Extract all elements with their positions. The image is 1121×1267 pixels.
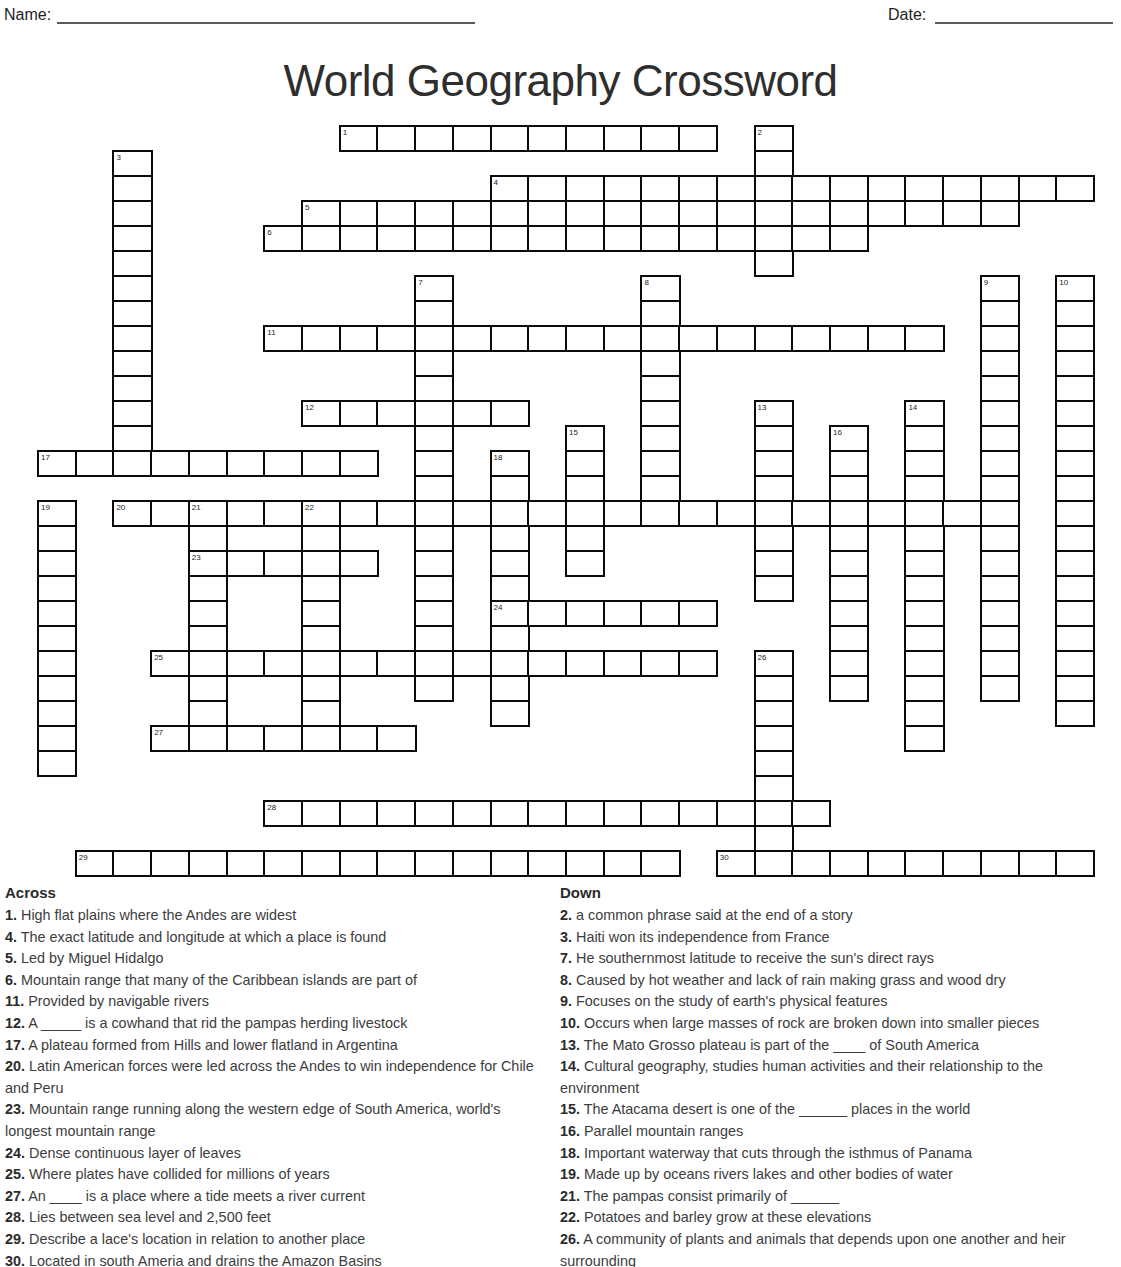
grid-cell-r16c25[interactable]: [980, 525, 1020, 552]
grid-cell-r3c14[interactable]: [565, 200, 605, 227]
grid-cell-r17c23[interactable]: [904, 550, 944, 577]
grid-cell-r15c2[interactable]: 20: [112, 500, 152, 527]
grid-cell-r29c1[interactable]: 29: [75, 850, 115, 877]
grid-cell-r5c2[interactable]: [112, 250, 152, 277]
grid-cell-r3c17[interactable]: [678, 200, 718, 227]
grid-cell-r0c17[interactable]: [678, 125, 718, 152]
grid-cell-r4c16[interactable]: [640, 225, 680, 252]
grid-cell-r8c16[interactable]: [640, 325, 680, 352]
grid-cell-r7c25[interactable]: [980, 300, 1020, 327]
grid-cell-r20c7[interactable]: [301, 625, 341, 652]
grid-cell-r15c15[interactable]: [603, 500, 643, 527]
grid-cell-r21c3[interactable]: 25: [150, 650, 190, 677]
grid-cell-r15c9[interactable]: [376, 500, 416, 527]
grid-cell-r2c22[interactable]: [867, 175, 907, 202]
grid-cell-r8c25[interactable]: [980, 325, 1020, 352]
grid-cell-r11c12[interactable]: [490, 400, 530, 427]
grid-cell-r29c8[interactable]: [339, 850, 379, 877]
grid-cell-r6c27[interactable]: 10: [1055, 275, 1095, 302]
grid-cell-r3c9[interactable]: [376, 200, 416, 227]
grid-cell-r19c0[interactable]: [37, 600, 77, 627]
grid-cell-r19c10[interactable]: [414, 600, 454, 627]
grid-cell-r24c4[interactable]: [188, 725, 228, 752]
grid-cell-r3c20[interactable]: [791, 200, 831, 227]
grid-cell-r22c10[interactable]: [414, 675, 454, 702]
grid-cell-r29c12[interactable]: [490, 850, 530, 877]
grid-cell-r4c19[interactable]: [754, 225, 794, 252]
grid-cell-r10c10[interactable]: [414, 375, 454, 402]
grid-cell-r29c9[interactable]: [376, 850, 416, 877]
grid-cell-r22c19[interactable]: [754, 675, 794, 702]
grid-cell-r12c21[interactable]: 16: [829, 425, 869, 452]
grid-cell-r23c4[interactable]: [188, 700, 228, 727]
grid-cell-r21c4[interactable]: [188, 650, 228, 677]
grid-cell-r19c14[interactable]: [565, 600, 605, 627]
grid-cell-r0c15[interactable]: [603, 125, 643, 152]
grid-cell-r8c17[interactable]: [678, 325, 718, 352]
grid-cell-r15c18[interactable]: [716, 500, 756, 527]
grid-cell-r15c16[interactable]: [640, 500, 680, 527]
grid-cell-r29c19[interactable]: [754, 850, 794, 877]
grid-cell-r13c25[interactable]: [980, 450, 1020, 477]
grid-cell-r21c17[interactable]: [678, 650, 718, 677]
grid-cell-r17c5[interactable]: [226, 550, 266, 577]
grid-cell-r18c21[interactable]: [829, 575, 869, 602]
grid-cell-r13c3[interactable]: [150, 450, 190, 477]
grid-cell-r8c12[interactable]: [490, 325, 530, 352]
grid-cell-r8c13[interactable]: [527, 325, 567, 352]
grid-cell-r18c7[interactable]: [301, 575, 341, 602]
grid-cell-r8c22[interactable]: [867, 325, 907, 352]
grid-cell-r21c16[interactable]: [640, 650, 680, 677]
grid-cell-r15c25[interactable]: [980, 500, 1020, 527]
grid-cell-r0c11[interactable]: [452, 125, 492, 152]
grid-cell-r2c12[interactable]: 4: [490, 175, 530, 202]
grid-cell-r0c19[interactable]: 2: [754, 125, 794, 152]
grid-cell-r15c24[interactable]: [942, 500, 982, 527]
grid-cell-r17c6[interactable]: [263, 550, 303, 577]
grid-cell-r15c17[interactable]: [678, 500, 718, 527]
grid-cell-r0c16[interactable]: [640, 125, 680, 152]
grid-cell-r29c21[interactable]: [829, 850, 869, 877]
grid-cell-r4c10[interactable]: [414, 225, 454, 252]
grid-cell-r29c24[interactable]: [942, 850, 982, 877]
grid-cell-r15c22[interactable]: [867, 500, 907, 527]
grid-cell-r7c16[interactable]: [640, 300, 680, 327]
grid-cell-r3c13[interactable]: [527, 200, 567, 227]
grid-cell-r10c25[interactable]: [980, 375, 1020, 402]
grid-cell-r21c0[interactable]: [37, 650, 77, 677]
grid-cell-r14c27[interactable]: [1055, 475, 1095, 502]
grid-cell-r21c10[interactable]: [414, 650, 454, 677]
grid-cell-r29c4[interactable]: [188, 850, 228, 877]
grid-cell-r0c13[interactable]: [527, 125, 567, 152]
grid-cell-r2c14[interactable]: [565, 175, 605, 202]
grid-cell-r13c10[interactable]: [414, 450, 454, 477]
grid-cell-r17c21[interactable]: [829, 550, 869, 577]
grid-cell-r13c19[interactable]: [754, 450, 794, 477]
grid-cell-r19c21[interactable]: [829, 600, 869, 627]
grid-cell-r9c16[interactable]: [640, 350, 680, 377]
grid-cell-r26c19[interactable]: [754, 775, 794, 802]
grid-cell-r13c2[interactable]: [112, 450, 152, 477]
grid-cell-r19c25[interactable]: [980, 600, 1020, 627]
grid-cell-r6c25[interactable]: 9: [980, 275, 1020, 302]
grid-cell-r21c27[interactable]: [1055, 650, 1095, 677]
grid-cell-r0c10[interactable]: [414, 125, 454, 152]
grid-cell-r24c0[interactable]: [37, 725, 77, 752]
grid-cell-r21c19[interactable]: 26: [754, 650, 794, 677]
grid-cell-r29c22[interactable]: [867, 850, 907, 877]
grid-cell-r27c11[interactable]: [452, 800, 492, 827]
grid-cell-r4c13[interactable]: [527, 225, 567, 252]
grid-cell-r19c4[interactable]: [188, 600, 228, 627]
grid-cell-r8c18[interactable]: [716, 325, 756, 352]
grid-cell-r3c18[interactable]: [716, 200, 756, 227]
grid-cell-r7c2[interactable]: [112, 300, 152, 327]
grid-cell-r0c14[interactable]: [565, 125, 605, 152]
grid-cell-r4c17[interactable]: [678, 225, 718, 252]
grid-cell-r15c3[interactable]: [150, 500, 190, 527]
grid-cell-r11c10[interactable]: [414, 400, 454, 427]
grid-cell-r13c23[interactable]: [904, 450, 944, 477]
grid-cell-r17c19[interactable]: [754, 550, 794, 577]
grid-cell-r8c11[interactable]: [452, 325, 492, 352]
grid-cell-r15c0[interactable]: 19: [37, 500, 77, 527]
grid-cell-r27c18[interactable]: [716, 800, 756, 827]
grid-cell-r2c24[interactable]: [942, 175, 982, 202]
grid-cell-r27c20[interactable]: [791, 800, 831, 827]
grid-cell-r16c19[interactable]: [754, 525, 794, 552]
grid-cell-r2c18[interactable]: [716, 175, 756, 202]
grid-cell-r24c19[interactable]: [754, 725, 794, 752]
grid-cell-r2c15[interactable]: [603, 175, 643, 202]
grid-cell-r18c0[interactable]: [37, 575, 77, 602]
grid-cell-r21c25[interactable]: [980, 650, 1020, 677]
grid-cell-r15c13[interactable]: [527, 500, 567, 527]
grid-cell-r11c9[interactable]: [376, 400, 416, 427]
grid-cell-r27c14[interactable]: [565, 800, 605, 827]
grid-cell-r3c15[interactable]: [603, 200, 643, 227]
grid-cell-r22c0[interactable]: [37, 675, 77, 702]
grid-cell-r15c10[interactable]: [414, 500, 454, 527]
grid-cell-r11c27[interactable]: [1055, 400, 1095, 427]
grid-cell-r0c9[interactable]: [376, 125, 416, 152]
grid-cell-r29c7[interactable]: [301, 850, 341, 877]
grid-cell-r3c11[interactable]: [452, 200, 492, 227]
grid-cell-r27c15[interactable]: [603, 800, 643, 827]
grid-cell-r5c19[interactable]: [754, 250, 794, 277]
grid-cell-r19c16[interactable]: [640, 600, 680, 627]
grid-cell-r20c23[interactable]: [904, 625, 944, 652]
grid-cell-r11c2[interactable]: [112, 400, 152, 427]
grid-cell-r29c20[interactable]: [791, 850, 831, 877]
grid-cell-r22c4[interactable]: [188, 675, 228, 702]
grid-cell-r24c6[interactable]: [263, 725, 303, 752]
grid-cell-r12c25[interactable]: [980, 425, 1020, 452]
grid-cell-r13c6[interactable]: [263, 450, 303, 477]
grid-cell-r7c10[interactable]: [414, 300, 454, 327]
grid-cell-r8c2[interactable]: [112, 325, 152, 352]
grid-cell-r18c4[interactable]: [188, 575, 228, 602]
grid-cell-r16c21[interactable]: [829, 525, 869, 552]
grid-cell-r11c8[interactable]: [339, 400, 379, 427]
grid-cell-r20c25[interactable]: [980, 625, 1020, 652]
grid-cell-r7c27[interactable]: [1055, 300, 1095, 327]
grid-cell-r21c8[interactable]: [339, 650, 379, 677]
grid-cell-r15c19[interactable]: [754, 500, 794, 527]
grid-cell-r13c12[interactable]: 18: [490, 450, 530, 477]
grid-cell-r6c2[interactable]: [112, 275, 152, 302]
grid-cell-r29c23[interactable]: [904, 850, 944, 877]
grid-cell-r12c2[interactable]: [112, 425, 152, 452]
grid-cell-r3c16[interactable]: [640, 200, 680, 227]
grid-cell-r16c7[interactable]: [301, 525, 341, 552]
grid-cell-r19c15[interactable]: [603, 600, 643, 627]
grid-cell-r12c14[interactable]: 15: [565, 425, 605, 452]
grid-cell-r13c0[interactable]: 17: [37, 450, 77, 477]
grid-cell-r18c10[interactable]: [414, 575, 454, 602]
grid-cell-r29c26[interactable]: [1018, 850, 1058, 877]
grid-cell-r4c9[interactable]: [376, 225, 416, 252]
grid-cell-r18c25[interactable]: [980, 575, 1020, 602]
grid-cell-r24c7[interactable]: [301, 725, 341, 752]
grid-cell-r17c25[interactable]: [980, 550, 1020, 577]
grid-cell-r11c7[interactable]: 12: [301, 400, 341, 427]
grid-cell-r14c14[interactable]: [565, 475, 605, 502]
grid-cell-r14c12[interactable]: [490, 475, 530, 502]
grid-cell-r27c10[interactable]: [414, 800, 454, 827]
grid-cell-r13c27[interactable]: [1055, 450, 1095, 477]
grid-cell-r6c10[interactable]: 7: [414, 275, 454, 302]
grid-cell-r17c12[interactable]: [490, 550, 530, 577]
grid-cell-r9c25[interactable]: [980, 350, 1020, 377]
grid-cell-r21c9[interactable]: [376, 650, 416, 677]
grid-cell-r8c7[interactable]: [301, 325, 341, 352]
grid-cell-r23c0[interactable]: [37, 700, 77, 727]
grid-cell-r2c16[interactable]: [640, 175, 680, 202]
grid-cell-r2c2[interactable]: [112, 175, 152, 202]
grid-cell-r29c25[interactable]: [980, 850, 1020, 877]
grid-cell-r2c20[interactable]: [791, 175, 831, 202]
grid-cell-r2c13[interactable]: [527, 175, 567, 202]
grid-cell-r24c3[interactable]: 27: [150, 725, 190, 752]
grid-cell-r9c2[interactable]: [112, 350, 152, 377]
grid-cell-r17c27[interactable]: [1055, 550, 1095, 577]
grid-cell-r3c8[interactable]: [339, 200, 379, 227]
grid-cell-r0c8[interactable]: 1: [339, 125, 379, 152]
grid-cell-r25c0[interactable]: [37, 750, 77, 777]
grid-cell-r4c12[interactable]: [490, 225, 530, 252]
grid-cell-r13c16[interactable]: [640, 450, 680, 477]
grid-cell-r12c19[interactable]: [754, 425, 794, 452]
grid-cell-r14c21[interactable]: [829, 475, 869, 502]
grid-cell-r4c21[interactable]: [829, 225, 869, 252]
grid-cell-r27c13[interactable]: [527, 800, 567, 827]
grid-cell-r13c7[interactable]: [301, 450, 341, 477]
grid-cell-r2c17[interactable]: [678, 175, 718, 202]
grid-cell-r23c12[interactable]: [490, 700, 530, 727]
grid-cell-r3c12[interactable]: [490, 200, 530, 227]
grid-cell-r2c23[interactable]: [904, 175, 944, 202]
grid-cell-r27c17[interactable]: [678, 800, 718, 827]
grid-cell-r29c15[interactable]: [603, 850, 643, 877]
grid-cell-r29c13[interactable]: [527, 850, 567, 877]
grid-cell-r14c16[interactable]: [640, 475, 680, 502]
grid-cell-r16c0[interactable]: [37, 525, 77, 552]
grid-cell-r24c23[interactable]: [904, 725, 944, 752]
grid-cell-r8c19[interactable]: [754, 325, 794, 352]
grid-cell-r27c16[interactable]: [640, 800, 680, 827]
grid-cell-r8c21[interactable]: [829, 325, 869, 352]
grid-cell-r17c8[interactable]: [339, 550, 379, 577]
grid-cell-r21c11[interactable]: [452, 650, 492, 677]
grid-cell-r17c14[interactable]: [565, 550, 605, 577]
grid-cell-r2c21[interactable]: [829, 175, 869, 202]
grid-cell-r23c27[interactable]: [1055, 700, 1095, 727]
grid-cell-r13c8[interactable]: [339, 450, 379, 477]
grid-cell-r15c27[interactable]: [1055, 500, 1095, 527]
grid-cell-r20c12[interactable]: [490, 625, 530, 652]
grid-cell-r23c23[interactable]: [904, 700, 944, 727]
grid-cell-r15c14[interactable]: [565, 500, 605, 527]
grid-cell-r27c8[interactable]: [339, 800, 379, 827]
grid-cell-r29c16[interactable]: [640, 850, 680, 877]
grid-cell-r21c14[interactable]: [565, 650, 605, 677]
grid-cell-r16c27[interactable]: [1055, 525, 1095, 552]
grid-cell-r15c12[interactable]: [490, 500, 530, 527]
grid-cell-r17c10[interactable]: [414, 550, 454, 577]
grid-cell-r4c18[interactable]: [716, 225, 756, 252]
grid-cell-r24c8[interactable]: [339, 725, 379, 752]
grid-cell-r21c15[interactable]: [603, 650, 643, 677]
grid-cell-r3c10[interactable]: [414, 200, 454, 227]
grid-cell-r19c23[interactable]: [904, 600, 944, 627]
grid-cell-r15c4[interactable]: 21: [188, 500, 228, 527]
grid-cell-r20c0[interactable]: [37, 625, 77, 652]
grid-cell-r14c25[interactable]: [980, 475, 1020, 502]
grid-cell-r13c1[interactable]: [75, 450, 115, 477]
grid-cell-r29c27[interactable]: [1055, 850, 1095, 877]
grid-cell-r8c6[interactable]: 11: [263, 325, 303, 352]
grid-cell-r8c15[interactable]: [603, 325, 643, 352]
grid-cell-r11c19[interactable]: 13: [754, 400, 794, 427]
grid-cell-r8c10[interactable]: [414, 325, 454, 352]
grid-cell-r2c25[interactable]: [980, 175, 1020, 202]
grid-cell-r22c25[interactable]: [980, 675, 1020, 702]
grid-cell-r19c13[interactable]: [527, 600, 567, 627]
grid-cell-r13c4[interactable]: [188, 450, 228, 477]
grid-cell-r8c8[interactable]: [339, 325, 379, 352]
grid-cell-r24c9[interactable]: [376, 725, 416, 752]
grid-cell-r2c19[interactable]: [754, 175, 794, 202]
grid-cell-r29c18[interactable]: 30: [716, 850, 756, 877]
grid-cell-r19c12[interactable]: 24: [490, 600, 530, 627]
grid-cell-r12c23[interactable]: [904, 425, 944, 452]
grid-cell-r18c27[interactable]: [1055, 575, 1095, 602]
grid-cell-r15c6[interactable]: [263, 500, 303, 527]
grid-cell-r16c23[interactable]: [904, 525, 944, 552]
grid-cell-r23c19[interactable]: [754, 700, 794, 727]
grid-cell-r13c14[interactable]: [565, 450, 605, 477]
grid-cell-r29c2[interactable]: [112, 850, 152, 877]
grid-cell-r4c14[interactable]: [565, 225, 605, 252]
grid-cell-r4c8[interactable]: [339, 225, 379, 252]
grid-cell-r11c11[interactable]: [452, 400, 492, 427]
grid-cell-r22c21[interactable]: [829, 675, 869, 702]
grid-cell-r14c10[interactable]: [414, 475, 454, 502]
grid-cell-r3c19[interactable]: [754, 200, 794, 227]
grid-cell-r21c7[interactable]: [301, 650, 341, 677]
grid-cell-r3c21[interactable]: [829, 200, 869, 227]
grid-cell-r29c10[interactable]: [414, 850, 454, 877]
grid-cell-r3c2[interactable]: [112, 200, 152, 227]
grid-cell-r12c27[interactable]: [1055, 425, 1095, 452]
grid-cell-r18c19[interactable]: [754, 575, 794, 602]
grid-cell-r22c23[interactable]: [904, 675, 944, 702]
grid-cell-r21c21[interactable]: [829, 650, 869, 677]
grid-cell-r14c19[interactable]: [754, 475, 794, 502]
grid-cell-r29c6[interactable]: [263, 850, 303, 877]
grid-cell-r18c23[interactable]: [904, 575, 944, 602]
grid-cell-r19c7[interactable]: [301, 600, 341, 627]
grid-cell-r17c7[interactable]: [301, 550, 341, 577]
grid-cell-r11c23[interactable]: 14: [904, 400, 944, 427]
grid-cell-r15c7[interactable]: 22: [301, 500, 341, 527]
grid-cell-r17c4[interactable]: 23: [188, 550, 228, 577]
grid-cell-r16c14[interactable]: [565, 525, 605, 552]
grid-cell-r27c6[interactable]: 28: [263, 800, 303, 827]
grid-cell-r29c11[interactable]: [452, 850, 492, 877]
grid-cell-r13c21[interactable]: [829, 450, 869, 477]
grid-cell-r9c10[interactable]: [414, 350, 454, 377]
grid-cell-r24c5[interactable]: [226, 725, 266, 752]
grid-cell-r10c2[interactable]: [112, 375, 152, 402]
grid-cell-r16c12[interactable]: [490, 525, 530, 552]
grid-cell-r22c27[interactable]: [1055, 675, 1095, 702]
grid-cell-r20c27[interactable]: [1055, 625, 1095, 652]
grid-cell-r21c6[interactable]: [263, 650, 303, 677]
grid-cell-r27c12[interactable]: [490, 800, 530, 827]
grid-cell-r3c7[interactable]: 5: [301, 200, 341, 227]
grid-cell-r0c12[interactable]: [490, 125, 530, 152]
grid-cell-r15c8[interactable]: [339, 500, 379, 527]
grid-cell-r3c24[interactable]: [942, 200, 982, 227]
grid-cell-r16c4[interactable]: [188, 525, 228, 552]
grid-cell-r22c12[interactable]: [490, 675, 530, 702]
grid-cell-r15c21[interactable]: [829, 500, 869, 527]
grid-cell-r18c12[interactable]: [490, 575, 530, 602]
grid-cell-r3c22[interactable]: [867, 200, 907, 227]
grid-cell-r20c21[interactable]: [829, 625, 869, 652]
grid-cell-r20c4[interactable]: [188, 625, 228, 652]
grid-cell-r16c10[interactable]: [414, 525, 454, 552]
grid-cell-r15c20[interactable]: [791, 500, 831, 527]
grid-cell-r11c16[interactable]: [640, 400, 680, 427]
grid-cell-r27c9[interactable]: [376, 800, 416, 827]
grid-cell-r1c19[interactable]: [754, 150, 794, 177]
grid-cell-r15c11[interactable]: [452, 500, 492, 527]
grid-cell-r17c0[interactable]: [37, 550, 77, 577]
grid-cell-r15c23[interactable]: [904, 500, 944, 527]
grid-cell-r29c5[interactable]: [226, 850, 266, 877]
grid-cell-r21c23[interactable]: [904, 650, 944, 677]
grid-cell-r8c27[interactable]: [1055, 325, 1095, 352]
grid-cell-r14c23[interactable]: [904, 475, 944, 502]
grid-cell-r4c11[interactable]: [452, 225, 492, 252]
grid-cell-r12c16[interactable]: [640, 425, 680, 452]
grid-cell-r8c9[interactable]: [376, 325, 416, 352]
